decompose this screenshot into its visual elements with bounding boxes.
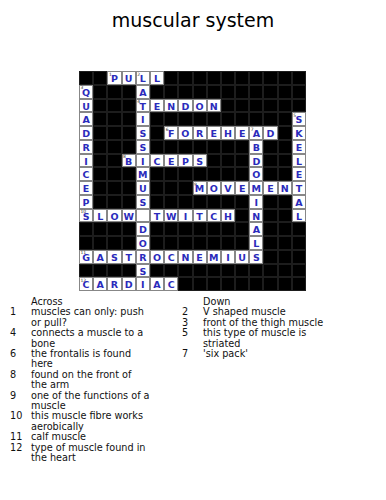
- grid-cell: [150, 167, 164, 181]
- grid-cell[interactable]: N: [249, 209, 263, 223]
- grid-cell[interactable]: L: [93, 209, 107, 223]
- grid-cell: [122, 236, 136, 250]
- clue-item-text: one of the functions of a muscle: [31, 391, 181, 412]
- grid-cell[interactable]: W: [122, 209, 136, 223]
- grid-cell[interactable]: 12C: [79, 277, 93, 291]
- grid-cell: [150, 85, 164, 99]
- cell-letter: I: [255, 197, 259, 207]
- cell-letter: N: [252, 211, 260, 221]
- grid-cell: [122, 167, 136, 181]
- cell-letter: G: [82, 252, 90, 262]
- cell-letter: A: [139, 87, 146, 97]
- grid-cell: [164, 264, 178, 278]
- cell-letter: A: [97, 280, 104, 290]
- grid-cell: [122, 222, 136, 236]
- cell-letter: L: [296, 211, 302, 221]
- cell-letter: T: [196, 211, 202, 221]
- grid-cell[interactable]: [136, 209, 150, 223]
- grid-cell: [178, 85, 192, 99]
- grid-cell: [107, 195, 121, 209]
- grid-cell: [221, 167, 235, 181]
- grid-cell: [263, 195, 277, 209]
- grid-cell[interactable]: D: [249, 154, 263, 168]
- grid-cell: [164, 85, 178, 99]
- clue-item-text: connects a muscle to a bone: [31, 328, 181, 349]
- grid-cell: [164, 195, 178, 209]
- grid-cell[interactable]: A: [292, 195, 306, 209]
- cell-letter: L: [97, 211, 103, 221]
- grid-cell[interactable]: W: [164, 209, 178, 223]
- grid-cell: [292, 264, 306, 278]
- cell-letter: R: [139, 252, 146, 262]
- cell-letter: U: [125, 74, 133, 84]
- clue-item: 1muscles can only: push or pull?: [10, 307, 182, 328]
- cell-letter: E: [211, 129, 218, 139]
- grid-cell: [278, 154, 292, 168]
- cell-letter: O: [139, 239, 147, 249]
- cell-letter: O: [153, 252, 161, 262]
- grid-cell: [221, 264, 235, 278]
- cell-letter: M: [138, 170, 147, 180]
- cell-letter: L: [140, 74, 146, 84]
- clue-item: 8found on the front of the arm: [10, 370, 182, 391]
- grid-cell[interactable]: I: [136, 154, 150, 168]
- cell-letter: K: [295, 129, 302, 139]
- grid-cell: [178, 167, 192, 181]
- grid-cell[interactable]: S: [249, 250, 263, 264]
- grid-cell[interactable]: O: [136, 236, 150, 250]
- grid-cell[interactable]: E: [292, 167, 306, 181]
- grid-cell[interactable]: I: [178, 209, 192, 223]
- grid-cell[interactable]: 8B: [122, 154, 136, 168]
- grid-cell: [178, 264, 192, 278]
- grid-cell: [292, 277, 306, 291]
- grid-cell: [263, 277, 277, 291]
- cell-letter: E: [296, 142, 303, 152]
- grid-cell[interactable]: C: [150, 154, 164, 168]
- cell-letter: D: [82, 129, 90, 139]
- grid-cell: [150, 181, 164, 195]
- grid-cell: [292, 222, 306, 236]
- clue-item-number: 4: [10, 328, 31, 349]
- across-clues: Across 1muscles can only: push or pull?4…: [10, 297, 182, 464]
- grid-cell: [207, 154, 221, 168]
- grid-cell[interactable]: E: [235, 126, 249, 140]
- grid-cell: [164, 140, 178, 154]
- clue-item-text: the frontalis is found here: [31, 349, 181, 370]
- cell-letter: T: [140, 101, 146, 111]
- crossword-grid: 1PU2LL3QAU4TENDONAI5SDS6FOREHE7ADKRSBEI8…: [79, 71, 306, 291]
- grid-cell: [93, 236, 107, 250]
- cell-letter: S: [139, 266, 146, 276]
- grid-cell: [107, 99, 121, 113]
- cell-letter: E: [196, 252, 203, 262]
- grid-cell[interactable]: E: [193, 250, 207, 264]
- grid-cell: [193, 264, 207, 278]
- grid-cell: [193, 277, 207, 291]
- grid-cell[interactable]: O: [150, 250, 164, 264]
- grid-cell: [178, 236, 192, 250]
- grid-cell: [263, 222, 277, 236]
- cell-letter: C: [168, 252, 175, 262]
- grid-cell: [235, 277, 249, 291]
- grid-cell[interactable]: D: [79, 126, 93, 140]
- grid-cell: [107, 167, 121, 181]
- clue-item-text: type of muscle found in the heart: [31, 443, 181, 464]
- cell-letter: D: [181, 101, 189, 111]
- grid-cell: [263, 112, 277, 126]
- grid-cell[interactable]: R: [79, 140, 93, 154]
- grid-cell[interactable]: E: [292, 140, 306, 154]
- grid-cell: [221, 140, 235, 154]
- grid-cell[interactable]: M: [249, 181, 263, 195]
- grid-cell[interactable]: O: [207, 181, 221, 195]
- grid-cell: [207, 236, 221, 250]
- grid-cell: [93, 154, 107, 168]
- cell-letter: U: [238, 252, 246, 262]
- cell-letter: C: [210, 211, 217, 221]
- grid-cell[interactable]: U: [136, 181, 150, 195]
- grid-cell[interactable]: L: [249, 236, 263, 250]
- cell-letter: P: [83, 197, 90, 207]
- grid-cell: [278, 71, 292, 85]
- grid-cell[interactable]: E: [235, 181, 249, 195]
- clue-item-number: 10: [10, 411, 31, 432]
- cell-letter: T: [154, 211, 160, 221]
- cell-letter: L: [296, 156, 302, 166]
- grid-cell: [235, 222, 249, 236]
- grid-cell[interactable]: H: [221, 126, 235, 140]
- grid-cell: [164, 112, 178, 126]
- grid-cell[interactable]: B: [249, 140, 263, 154]
- grid-cell[interactable]: D: [136, 222, 150, 236]
- grid-cell: [235, 71, 249, 85]
- grid-cell: [207, 195, 221, 209]
- clue-item-number: 7: [182, 349, 203, 359]
- grid-cell: [235, 195, 249, 209]
- cell-letter: L: [253, 239, 259, 249]
- grid-cell[interactable]: H: [221, 209, 235, 223]
- grid-cell[interactable]: 5S: [292, 112, 306, 126]
- grid-cell: [164, 222, 178, 236]
- grid-cell[interactable]: A: [249, 222, 263, 236]
- grid-cell[interactable]: I: [249, 195, 263, 209]
- grid-cell[interactable]: S: [107, 250, 121, 264]
- grid-cell[interactable]: N: [278, 181, 292, 195]
- grid-cell: [263, 167, 277, 181]
- grid-cell[interactable]: D: [263, 126, 277, 140]
- cell-letter: M: [195, 184, 204, 194]
- grid-cell: [93, 99, 107, 113]
- grid-cell: [193, 71, 207, 85]
- grid-cell: [79, 264, 93, 278]
- clue-item-number: 9: [10, 391, 31, 412]
- grid-cell: [79, 236, 93, 250]
- grid-cell: [107, 112, 121, 126]
- grid-cell: [292, 250, 306, 264]
- grid-cell: [263, 209, 277, 223]
- grid-cell[interactable]: C: [207, 209, 221, 223]
- grid-cell: [235, 99, 249, 113]
- cell-letter: I: [226, 252, 230, 262]
- grid-cell: [278, 209, 292, 223]
- cell-letter: E: [239, 184, 246, 194]
- grid-cell: [221, 112, 235, 126]
- down-list: 2V shaped muscle3front of the thigh musc…: [182, 307, 382, 359]
- grid-cell: [150, 112, 164, 126]
- grid-cell[interactable]: A: [93, 277, 107, 291]
- grid-cell: [122, 99, 136, 113]
- grid-cell[interactable]: 3Q: [79, 85, 93, 99]
- grid-cell: [93, 181, 107, 195]
- grid-cell: [278, 195, 292, 209]
- cell-letter: L: [154, 74, 160, 84]
- grid-cell[interactable]: 7A: [249, 126, 263, 140]
- grid-cell: [263, 154, 277, 168]
- grid-cell: [178, 195, 192, 209]
- grid-cell[interactable]: N: [207, 99, 221, 113]
- grid-cell[interactable]: N: [164, 99, 178, 113]
- cell-letter: S: [295, 115, 302, 125]
- grid-cell[interactable]: O: [107, 209, 121, 223]
- grid-cell[interactable]: A: [150, 277, 164, 291]
- grid-cell: [93, 167, 107, 181]
- cell-letter: E: [239, 129, 246, 139]
- grid-cell[interactable]: S: [136, 195, 150, 209]
- cell-letter: F: [168, 129, 175, 139]
- grid-cell: [235, 154, 249, 168]
- grid-cell: [178, 181, 192, 195]
- grid-cell: [178, 140, 192, 154]
- grid-cell[interactable]: C: [164, 277, 178, 291]
- grid-cell: [278, 236, 292, 250]
- grid-cell: [249, 112, 263, 126]
- cell-letter: P: [182, 156, 189, 166]
- puzzle-title: muscular system: [0, 9, 386, 31]
- cell-letter: N: [181, 252, 189, 262]
- cell-letter: C: [168, 280, 175, 290]
- grid-cell: [207, 112, 221, 126]
- grid-cell: [278, 222, 292, 236]
- grid-cell: [93, 264, 107, 278]
- grid-cell: [178, 277, 192, 291]
- cell-letter: I: [84, 156, 88, 166]
- grid-cell: [221, 85, 235, 99]
- grid-cell[interactable]: T: [292, 181, 306, 195]
- grid-cell: [164, 236, 178, 250]
- grid-cell[interactable]: U: [79, 99, 93, 113]
- grid-cell: [221, 99, 235, 113]
- grid-cell: [263, 236, 277, 250]
- grid-cell[interactable]: D: [122, 277, 136, 291]
- cell-letter: R: [82, 142, 89, 152]
- grid-cell[interactable]: P: [79, 195, 93, 209]
- grid-cell: [122, 181, 136, 195]
- grid-cell: [178, 71, 192, 85]
- cell-letter: E: [267, 184, 274, 194]
- grid-cell: [221, 236, 235, 250]
- grid-cell: [207, 71, 221, 85]
- grid-cell[interactable]: L: [150, 71, 164, 85]
- grid-cell: [150, 236, 164, 250]
- grid-cell[interactable]: A: [79, 112, 93, 126]
- cell-letter: A: [153, 280, 160, 290]
- grid-cell[interactable]: S: [136, 140, 150, 154]
- cell-letter: A: [97, 252, 104, 262]
- cell-letter: A: [295, 197, 302, 207]
- grid-cell: [93, 126, 107, 140]
- grid-cell: [235, 209, 249, 223]
- grid-cell[interactable]: I: [136, 277, 150, 291]
- grid-cell[interactable]: P: [178, 154, 192, 168]
- grid-cell[interactable]: T: [122, 250, 136, 264]
- grid-cell: [278, 277, 292, 291]
- clue-item-text: 'six pack': [203, 349, 381, 359]
- grid-cell[interactable]: E: [263, 181, 277, 195]
- cell-letter: O: [181, 129, 189, 139]
- grid-cell[interactable]: M: [136, 167, 150, 181]
- grid-cell[interactable]: A: [136, 85, 150, 99]
- grid-cell: [122, 195, 136, 209]
- cell-letter: P: [111, 74, 118, 84]
- grid-cell[interactable]: E: [164, 154, 178, 168]
- cell-letter: I: [141, 115, 145, 125]
- grid-cell: [107, 154, 121, 168]
- grid-cell: [150, 195, 164, 209]
- grid-cell: [292, 236, 306, 250]
- grid-cell[interactable]: E: [207, 126, 221, 140]
- grid-cell[interactable]: R: [136, 250, 150, 264]
- cell-letter: D: [267, 129, 275, 139]
- grid-cell[interactable]: O: [178, 126, 192, 140]
- grid-cell: [278, 167, 292, 181]
- grid-cell[interactable]: C: [164, 250, 178, 264]
- grid-cell: [193, 112, 207, 126]
- cell-letter: I: [141, 280, 145, 290]
- grid-cell[interactable]: I: [221, 250, 235, 264]
- clue-item-number: 1: [10, 307, 31, 328]
- cell-letter: H: [224, 211, 232, 221]
- grid-cell: [207, 264, 221, 278]
- cell-letter: A: [253, 225, 260, 235]
- grid-cell[interactable]: A: [93, 250, 107, 264]
- grid-cell: [221, 154, 235, 168]
- grid-cell[interactable]: O: [193, 99, 207, 113]
- grid-cell: [278, 85, 292, 99]
- grid-cell[interactable]: T: [193, 209, 207, 223]
- grid-cell[interactable]: S: [136, 126, 150, 140]
- cell-letter: I: [141, 156, 145, 166]
- grid-cell: [207, 167, 221, 181]
- cell-letter: R: [111, 280, 118, 290]
- grid-cell[interactable]: 10S: [79, 209, 93, 223]
- grid-cell: [235, 140, 249, 154]
- grid-cell[interactable]: 9M: [193, 181, 207, 195]
- grid-cell: [263, 140, 277, 154]
- grid-cell[interactable]: E: [79, 181, 93, 195]
- cell-letter: A: [253, 129, 260, 139]
- clue-item-number: 12: [10, 443, 31, 464]
- grid-cell[interactable]: D: [178, 99, 192, 113]
- grid-cell: [107, 264, 121, 278]
- down-clues: Down 2V shaped muscle3front of the thigh…: [182, 297, 382, 359]
- grid-cell[interactable]: S: [193, 154, 207, 168]
- grid-cell[interactable]: R: [193, 126, 207, 140]
- clue-item-number: 5: [182, 328, 203, 349]
- grid-cell: [278, 126, 292, 140]
- cell-letter: O: [210, 184, 218, 194]
- grid-cell: [79, 222, 93, 236]
- grid-cell[interactable]: S: [136, 264, 150, 278]
- grid-cell[interactable]: T: [150, 209, 164, 223]
- cell-letter: T: [296, 184, 302, 194]
- grid-cell[interactable]: I: [136, 112, 150, 126]
- grid-cell: [278, 140, 292, 154]
- grid-cell[interactable]: 6F: [164, 126, 178, 140]
- grid-cell: [235, 85, 249, 99]
- grid-cell[interactable]: E: [150, 99, 164, 113]
- grid-cell[interactable]: U: [235, 250, 249, 264]
- grid-cell[interactable]: K: [292, 126, 306, 140]
- grid-cell: [278, 264, 292, 278]
- grid-cell: [221, 71, 235, 85]
- grid-cell[interactable]: 11G: [79, 250, 93, 264]
- cell-letter: A: [82, 115, 89, 125]
- grid-cell[interactable]: I: [79, 154, 93, 168]
- grid-cell: [221, 222, 235, 236]
- grid-cell[interactable]: O: [249, 167, 263, 181]
- grid-cell[interactable]: 1P: [107, 71, 121, 85]
- grid-cell[interactable]: N: [178, 250, 192, 264]
- grid-cell[interactable]: 4T: [136, 99, 150, 113]
- grid-cell[interactable]: L: [292, 154, 306, 168]
- cell-letter: D: [252, 156, 260, 166]
- grid-cell: [93, 195, 107, 209]
- grid-cell: [249, 277, 263, 291]
- grid-cell[interactable]: R: [107, 277, 121, 291]
- grid-cell: [249, 99, 263, 113]
- cell-letter: D: [139, 225, 147, 235]
- grid-cell: [263, 264, 277, 278]
- clue-item-text: muscles can only: push or pull?: [31, 307, 181, 328]
- grid-cell: [207, 85, 221, 99]
- grid-cell: [235, 112, 249, 126]
- grid-cell: [249, 85, 263, 99]
- cell-letter: E: [168, 156, 175, 166]
- grid-cell: [278, 99, 292, 113]
- grid-cell: [122, 85, 136, 99]
- grid-cell: [178, 112, 192, 126]
- grid-cell[interactable]: U: [122, 71, 136, 85]
- clue-item-text: this muscle fibre works aerobically: [31, 411, 181, 432]
- grid-cell[interactable]: 2L: [136, 71, 150, 85]
- grid-cell[interactable]: M: [207, 250, 221, 264]
- grid-cell: [207, 277, 221, 291]
- cell-letter: C: [83, 170, 90, 180]
- clue-item-number: 6: [10, 349, 31, 370]
- grid-cell[interactable]: C: [79, 167, 93, 181]
- grid-cell: [249, 264, 263, 278]
- grid-cell: [150, 222, 164, 236]
- cell-letter: R: [196, 129, 203, 139]
- grid-cell[interactable]: L: [292, 209, 306, 223]
- clue-item: 9one of the functions of a muscle: [10, 391, 182, 412]
- grid-cell: [164, 71, 178, 85]
- grid-cell[interactable]: V: [221, 181, 235, 195]
- grid-cell: [150, 126, 164, 140]
- clue-item: 6the frontalis is found here: [10, 349, 182, 370]
- grid-cell: [207, 140, 221, 154]
